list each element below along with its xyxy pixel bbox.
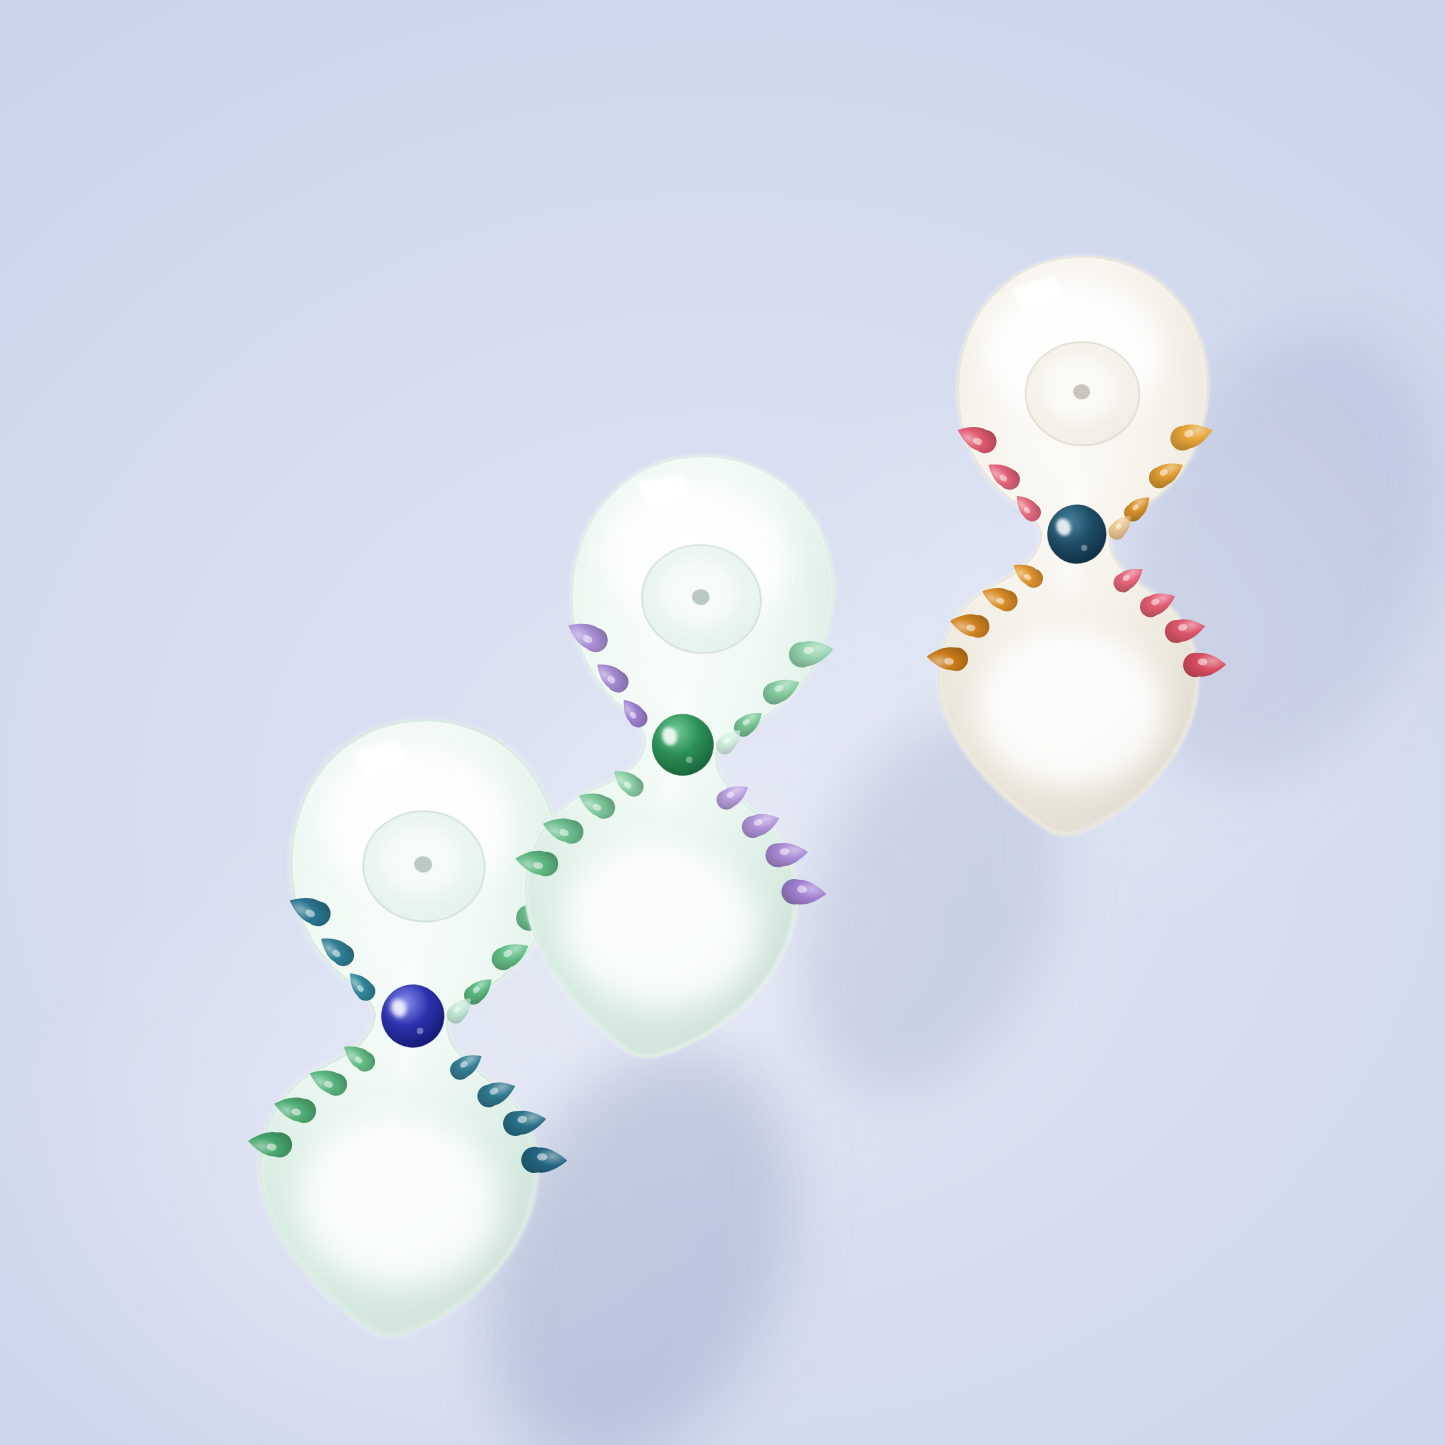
photo-scene <box>0 0 1445 1445</box>
glass-nub <box>521 1147 567 1174</box>
glass-nub <box>1183 652 1226 677</box>
bowl-hole <box>1072 383 1091 400</box>
glass-pipe-top-right <box>900 241 1252 862</box>
glass-nub <box>781 878 828 907</box>
